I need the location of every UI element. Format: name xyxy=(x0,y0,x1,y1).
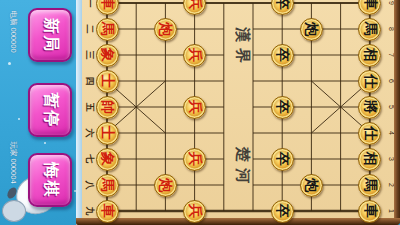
piece-red-cannon[interactable]: 炮 xyxy=(154,18,177,41)
piece-glyph: 象 xyxy=(100,48,114,62)
piece-glyph: 將 xyxy=(363,100,377,114)
piece-glyph: 兵 xyxy=(188,0,202,10)
undo-button[interactable]: 悔棋 xyxy=(28,153,72,207)
piece-red-horse[interactable]: 馬 xyxy=(96,174,119,197)
piece-glyph: 炮 xyxy=(304,22,318,36)
piece-black-advisor[interactable]: 仕 xyxy=(358,70,381,93)
piece-glyph: 兵 xyxy=(188,48,202,62)
piece-red-soldier[interactable]: 兵 xyxy=(183,96,206,119)
piece-black-cannon[interactable]: 炮 xyxy=(300,174,323,197)
game-screen: 电脑 000000 新局 暂停 悔棋 玩家 000004 一二三四五六七八九 9… xyxy=(0,0,400,225)
piece-glyph: 炮 xyxy=(158,178,172,192)
piece-glyph: 象 xyxy=(100,152,114,166)
piece-black-soldier[interactable]: 卒 xyxy=(271,148,294,171)
sparkle-dot xyxy=(18,118,20,120)
piece-glyph: 馬 xyxy=(363,178,377,192)
undo-button-label: 悔棋 xyxy=(40,162,61,198)
piece-glyph: 卒 xyxy=(275,204,289,218)
pause-button[interactable]: 暂停 xyxy=(28,83,72,137)
piece-red-elephant[interactable]: 象 xyxy=(96,44,119,67)
piece-glyph: 馬 xyxy=(100,178,114,192)
piece-glyph: 卒 xyxy=(275,48,289,62)
piece-black-horse[interactable]: 馬 xyxy=(358,174,381,197)
piece-glyph: 卒 xyxy=(275,100,289,114)
piece-red-soldier[interactable]: 兵 xyxy=(183,200,206,223)
piece-red-soldier[interactable]: 兵 xyxy=(183,44,206,67)
piece-red-chariot[interactable]: 車 xyxy=(96,200,119,223)
piece-black-elephant[interactable]: 相 xyxy=(358,148,381,171)
piece-black-general[interactable]: 將 xyxy=(358,96,381,119)
piece-red-soldier[interactable]: 兵 xyxy=(183,148,206,171)
piece-black-soldier[interactable]: 卒 xyxy=(271,96,294,119)
piece-glyph: 炮 xyxy=(158,22,172,36)
piece-black-advisor[interactable]: 仕 xyxy=(358,122,381,145)
piece-red-cannon[interactable]: 炮 xyxy=(154,174,177,197)
piece-red-advisor[interactable]: 士 xyxy=(96,122,119,145)
piece-glyph: 車 xyxy=(363,0,377,10)
piece-glyph: 兵 xyxy=(188,100,202,114)
red-file-labels: 一二三四五六七八九 xyxy=(83,0,95,216)
piece-red-advisor[interactable]: 士 xyxy=(96,70,119,93)
penguin-head xyxy=(2,200,26,222)
computer-score: 电脑 000000 xyxy=(9,9,18,55)
board-frame-right xyxy=(394,0,400,225)
sparkle-dot xyxy=(44,142,46,144)
piece-black-horse[interactable]: 馬 xyxy=(358,18,381,41)
piece-glyph: 炮 xyxy=(304,178,318,192)
pause-button-label: 暂停 xyxy=(40,92,61,128)
piece-glyph: 仕 xyxy=(363,74,377,88)
piece-glyph: 兵 xyxy=(188,152,202,166)
new-game-button[interactable]: 新局 xyxy=(28,8,72,62)
piece-black-cannon[interactable]: 炮 xyxy=(300,18,323,41)
piece-glyph: 車 xyxy=(363,204,377,218)
sparkle-dot xyxy=(8,62,11,65)
piece-glyph: 士 xyxy=(100,126,114,140)
piece-black-soldier[interactable]: 卒 xyxy=(271,200,294,223)
piece-red-general[interactable]: 帥 xyxy=(96,96,119,119)
piece-glyph: 馬 xyxy=(100,22,114,36)
piece-glyph: 仕 xyxy=(363,126,377,140)
piece-glyph: 兵 xyxy=(188,204,202,218)
new-game-button-label: 新局 xyxy=(40,17,61,53)
piece-black-soldier[interactable]: 卒 xyxy=(271,44,294,67)
piece-glyph: 卒 xyxy=(275,152,289,166)
piece-red-horse[interactable]: 馬 xyxy=(96,18,119,41)
piece-glyph: 卒 xyxy=(275,0,289,10)
piece-glyph: 士 xyxy=(100,74,114,88)
piece-glyph: 相 xyxy=(363,48,377,62)
piece-glyph: 帥 xyxy=(100,100,114,114)
piece-glyph: 車 xyxy=(100,0,114,10)
piece-glyph: 馬 xyxy=(363,22,377,36)
player-score: 玩家 000004 xyxy=(9,140,18,186)
piece-glyph: 車 xyxy=(100,204,114,218)
piece-glyph: 相 xyxy=(363,152,377,166)
piece-black-elephant[interactable]: 相 xyxy=(358,44,381,67)
board-frame-bottom xyxy=(76,218,400,225)
piece-black-chariot[interactable]: 車 xyxy=(358,200,381,223)
river-label-chuhe: 楚河 xyxy=(235,147,251,183)
river-label-hanjie: 漢界 xyxy=(235,27,251,63)
piece-red-elephant[interactable]: 象 xyxy=(96,148,119,171)
